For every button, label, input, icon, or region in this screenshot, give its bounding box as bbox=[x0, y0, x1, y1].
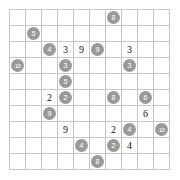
cell-r5c10[interactable] bbox=[154, 74, 169, 89]
cell-r1c2[interactable] bbox=[26, 10, 41, 25]
cell-r3c5[interactable]: 9 bbox=[74, 42, 89, 57]
cell-r1c6[interactable] bbox=[90, 10, 105, 25]
cell-r2c1[interactable] bbox=[10, 26, 25, 41]
cell-r8c2[interactable] bbox=[26, 122, 41, 137]
cell-r3c9[interactable] bbox=[138, 42, 153, 57]
cell-r4c4[interactable]: 3 bbox=[58, 58, 73, 73]
cell-r7c1[interactable] bbox=[10, 106, 25, 121]
cell-r8c9[interactable] bbox=[138, 122, 153, 137]
plain-clue: 4 bbox=[127, 141, 132, 151]
circled-clue: 9 bbox=[91, 43, 104, 56]
circled-clue: 4 bbox=[43, 43, 56, 56]
cell-r8c7[interactable]: 2 bbox=[106, 122, 121, 137]
cell-r7c3[interactable]: 9 bbox=[42, 106, 57, 121]
cell-r7c4[interactable] bbox=[58, 106, 73, 121]
cell-r10c3[interactable] bbox=[42, 154, 57, 169]
cell-r3c3[interactable]: 4 bbox=[42, 42, 57, 57]
cell-r9c8[interactable]: 4 bbox=[122, 138, 137, 153]
circled-clue: 5 bbox=[59, 75, 72, 88]
circled-clue: 6 bbox=[139, 91, 152, 104]
cell-r5c8[interactable] bbox=[122, 74, 137, 89]
plain-clue: 2 bbox=[111, 125, 116, 135]
cell-r3c10[interactable] bbox=[154, 42, 169, 57]
cell-r8c3[interactable] bbox=[42, 122, 57, 137]
cell-r9c9[interactable] bbox=[138, 138, 153, 153]
cell-r6c10[interactable] bbox=[154, 90, 169, 105]
cell-r2c4[interactable] bbox=[58, 26, 73, 41]
circled-clue: 2 bbox=[107, 139, 120, 152]
cell-r7c5[interactable] bbox=[74, 106, 89, 121]
cell-r6c2[interactable] bbox=[26, 90, 41, 105]
cell-r2c3[interactable] bbox=[42, 26, 57, 41]
cell-r1c3[interactable] bbox=[42, 10, 57, 25]
cell-r4c5[interactable] bbox=[74, 58, 89, 73]
circled-clue: 3 bbox=[123, 59, 136, 72]
cell-r3c6[interactable]: 9 bbox=[90, 42, 105, 57]
cell-r8c10[interactable]: 10 bbox=[154, 122, 169, 137]
cell-r9c7[interactable]: 2 bbox=[106, 138, 121, 153]
cell-r9c5[interactable]: 4 bbox=[74, 138, 89, 153]
cell-r10c2[interactable] bbox=[26, 154, 41, 169]
cell-r9c4[interactable] bbox=[58, 138, 73, 153]
cell-r5c9[interactable] bbox=[138, 74, 153, 89]
cell-r9c10[interactable] bbox=[154, 138, 169, 153]
cell-r2c8[interactable] bbox=[122, 26, 137, 41]
cell-r7c7[interactable] bbox=[106, 106, 121, 121]
cell-r10c1[interactable] bbox=[10, 154, 25, 169]
cell-r7c2[interactable] bbox=[26, 106, 41, 121]
cell-r2c2[interactable]: 5 bbox=[26, 26, 41, 41]
cell-r4c1[interactable]: 10 bbox=[10, 58, 25, 73]
cell-r5c3[interactable] bbox=[42, 74, 57, 89]
cell-r2c7[interactable] bbox=[106, 26, 121, 41]
plain-clue: 9 bbox=[79, 45, 84, 55]
plain-clue: 6 bbox=[143, 109, 148, 119]
cell-r6c5[interactable] bbox=[74, 90, 89, 105]
cell-r10c6[interactable]: 8 bbox=[90, 154, 105, 169]
cell-r1c7[interactable]: 8 bbox=[106, 10, 121, 25]
plain-clue: 3 bbox=[127, 45, 132, 55]
cell-r7c8[interactable] bbox=[122, 106, 137, 121]
cell-r4c9[interactable] bbox=[138, 58, 153, 73]
plain-clue: 9 bbox=[63, 125, 68, 135]
circled-clue: 3 bbox=[59, 59, 72, 72]
puzzle-grid: 854399310335228696924104248 bbox=[9, 9, 170, 170]
circled-clue: 9 bbox=[43, 107, 56, 120]
cell-r5c1[interactable] bbox=[10, 74, 25, 89]
cell-r6c7[interactable]: 8 bbox=[106, 90, 121, 105]
cell-r7c6[interactable] bbox=[90, 106, 105, 121]
circled-clue: 10 bbox=[11, 59, 24, 72]
cell-r4c7[interactable] bbox=[106, 58, 121, 73]
cell-r10c9[interactable] bbox=[138, 154, 153, 169]
cell-r3c2[interactable] bbox=[26, 42, 41, 57]
cell-r5c4[interactable]: 5 bbox=[58, 74, 73, 89]
cell-r8c4[interactable]: 9 bbox=[58, 122, 73, 137]
cell-r10c10[interactable] bbox=[154, 154, 169, 169]
cell-r6c9[interactable]: 6 bbox=[138, 90, 153, 105]
cell-r10c5[interactable] bbox=[74, 154, 89, 169]
cell-r6c1[interactable] bbox=[10, 90, 25, 105]
cell-r1c8[interactable] bbox=[122, 10, 137, 25]
cell-r8c8[interactable]: 4 bbox=[122, 122, 137, 137]
cell-r9c6[interactable] bbox=[90, 138, 105, 153]
cell-r2c9[interactable] bbox=[138, 26, 153, 41]
cell-r3c8[interactable]: 3 bbox=[122, 42, 137, 57]
cell-r1c4[interactable] bbox=[58, 10, 73, 25]
cell-r6c6[interactable] bbox=[90, 90, 105, 105]
cell-r4c10[interactable] bbox=[154, 58, 169, 73]
cell-r4c6[interactable] bbox=[90, 58, 105, 73]
circled-clue: 10 bbox=[155, 123, 168, 136]
cell-r5c5[interactable] bbox=[74, 74, 89, 89]
cell-r10c4[interactable] bbox=[58, 154, 73, 169]
cell-r1c1[interactable] bbox=[10, 10, 25, 25]
circled-clue: 4 bbox=[75, 139, 88, 152]
cell-r7c9[interactable]: 6 bbox=[138, 106, 153, 121]
circled-clue: 8 bbox=[107, 11, 120, 24]
cell-r6c8[interactable] bbox=[122, 90, 137, 105]
cell-r1c9[interactable] bbox=[138, 10, 153, 25]
cell-r9c3[interactable] bbox=[42, 138, 57, 153]
circled-clue: 8 bbox=[107, 91, 120, 104]
cell-r9c1[interactable] bbox=[10, 138, 25, 153]
cell-r5c7[interactable] bbox=[106, 74, 121, 89]
cell-r8c6[interactable] bbox=[90, 122, 105, 137]
circled-clue: 2 bbox=[59, 91, 72, 104]
cell-r10c8[interactable] bbox=[122, 154, 137, 169]
cell-r3c4[interactable]: 3 bbox=[58, 42, 73, 57]
cell-r5c6[interactable] bbox=[90, 74, 105, 89]
cell-r1c5[interactable] bbox=[74, 10, 89, 25]
cell-r4c3[interactable] bbox=[42, 58, 57, 73]
circled-clue: 4 bbox=[123, 123, 136, 136]
cell-r8c5[interactable] bbox=[74, 122, 89, 137]
cell-r6c4[interactable]: 2 bbox=[58, 90, 73, 105]
cell-r2c6[interactable] bbox=[90, 26, 105, 41]
cell-r2c5[interactable] bbox=[74, 26, 89, 41]
cell-r6c3[interactable]: 2 bbox=[42, 90, 57, 105]
cell-r9c2[interactable] bbox=[26, 138, 41, 153]
cell-r8c1[interactable] bbox=[10, 122, 25, 137]
cell-r4c8[interactable]: 3 bbox=[122, 58, 137, 73]
cell-r4c2[interactable] bbox=[26, 58, 41, 73]
cell-r2c10[interactable] bbox=[154, 26, 169, 41]
circled-clue: 8 bbox=[91, 155, 104, 168]
plain-clue: 2 bbox=[47, 93, 52, 103]
cell-r10c7[interactable] bbox=[106, 154, 121, 169]
cell-r3c7[interactable] bbox=[106, 42, 121, 57]
cell-r5c2[interactable] bbox=[26, 74, 41, 89]
cell-r7c10[interactable] bbox=[154, 106, 169, 121]
cell-r3c1[interactable] bbox=[10, 42, 25, 57]
plain-clue: 3 bbox=[63, 45, 68, 55]
circled-clue: 5 bbox=[27, 27, 40, 40]
cell-r1c10[interactable] bbox=[154, 10, 169, 25]
